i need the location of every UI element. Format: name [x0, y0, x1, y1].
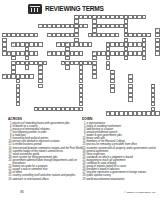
clue-number: 27 [17, 79, 19, 81]
clue-number: 2 [93, 15, 94, 17]
clue-item-text: approach to international affairs [13, 177, 84, 180]
down-header: DOWN [82, 117, 157, 121]
clue-number: 5 [98, 24, 99, 26]
clue-number: 17 [8, 52, 10, 54]
grid-cell [38, 42, 43, 47]
ballot-box-icon [28, 4, 42, 14]
clue-number: 24 [3, 75, 5, 77]
clue-number: 26 [107, 112, 109, 114]
clue-number: 7 [3, 33, 4, 35]
grid-cell [11, 70, 16, 75]
clue-item: 29world peacekeeping organization [82, 177, 157, 180]
clue-number: 15 [66, 43, 68, 45]
clue-number: 20 [93, 52, 95, 54]
clue-number: 28 [80, 84, 82, 86]
grid-cell [16, 102, 21, 107]
clue-item-text: world peacekeeping organization [87, 177, 158, 180]
clue-number: 6 [156, 29, 157, 31]
grid-cell [146, 33, 151, 38]
grid-cell [83, 24, 88, 29]
grid-cell [29, 74, 34, 79]
clue-number: 23 [80, 61, 82, 63]
grid-cell [151, 107, 156, 112]
grid-cell [142, 56, 147, 61]
grid-cell [110, 88, 115, 93]
clue-item: 26approach to international affairs [8, 177, 83, 180]
copyright-text: © Chapel Hill Education, Inc. [60, 190, 156, 193]
grid-cell [38, 84, 43, 89]
clue-number: 21 [17, 61, 19, 63]
clue-number: 4 [39, 24, 40, 26]
page-header: REVIEWING TERMS [28, 3, 117, 14]
clue-number: 18 [48, 52, 50, 54]
grid-cell [124, 56, 129, 61]
grid-cell [65, 65, 70, 70]
grid-cell [34, 51, 39, 56]
grid-cell [124, 19, 129, 24]
clue-number: 13 [26, 43, 28, 45]
down-clue-list: 1a representative2policy of avoiding inv… [82, 121, 157, 180]
grid-cell [124, 28, 129, 33]
clue-number: 14 [57, 43, 59, 45]
grid-cell [25, 56, 30, 61]
clue-number: 19 [12, 56, 14, 58]
grid-cell [25, 65, 30, 70]
clue-number: 11 [143, 38, 145, 40]
clue-number: 8 [48, 33, 49, 35]
grid-cell [34, 33, 39, 38]
grid-cell [79, 107, 84, 112]
clue-number: 3 [125, 15, 126, 17]
clue-number: 29 [152, 84, 154, 86]
grid-cell [74, 19, 79, 24]
grid-cell [92, 74, 97, 79]
grid-cell [79, 51, 84, 56]
grid-cell [124, 47, 129, 52]
clue-number: 26 [129, 75, 131, 77]
across-header: ACROSS [8, 117, 83, 121]
clue-number: 10 [125, 33, 127, 35]
grid-cell [115, 33, 120, 38]
grid-cell [74, 38, 79, 43]
grid-cell [155, 51, 160, 56]
clue-number: 12 [12, 43, 14, 45]
crossword-grid: 1234578910121314151617182021222324252661… [0, 14, 160, 116]
grid-cell [124, 38, 129, 43]
clue-number: 16 [107, 43, 109, 45]
grid-cell [142, 15, 147, 20]
grid-cell [79, 102, 84, 107]
page-title: REVIEWING TERMS [45, 4, 104, 13]
clue-number: 25 [35, 107, 37, 109]
down-clues-column: DOWN 1a representative2policy of avoidin… [82, 117, 157, 180]
grid-cell: 11 [142, 38, 147, 43]
grid-cell [155, 111, 160, 116]
clue-number: 21 [39, 66, 41, 68]
grid-cell [43, 61, 48, 66]
worksheet-page: REVIEWING TERMS 123457891012131415161718… [0, 0, 160, 207]
grid-cell [88, 42, 93, 47]
clue-number: 9 [89, 33, 90, 35]
across-clues-column: ACROSS 1practice of rewarding favors wit… [8, 117, 83, 180]
grid-cell [92, 28, 97, 33]
grid-cell [25, 47, 30, 52]
grid-cell [2, 51, 7, 56]
grid-cell [128, 97, 133, 102]
clue-number: 25 [111, 70, 113, 72]
page-number: 86 [0, 190, 44, 193]
grid-cell [106, 47, 111, 52]
across-clue-list: 1practice of rewarding favors with gover… [8, 121, 83, 180]
grid-cell [65, 56, 70, 61]
clue-number: 22 [62, 61, 64, 63]
clue-number: 1 [75, 15, 76, 17]
grid-cell [65, 47, 70, 52]
